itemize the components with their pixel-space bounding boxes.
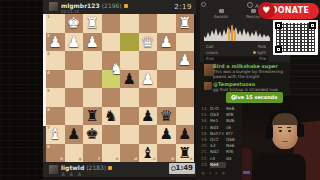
square-h2[interactable]: 2♟ (46, 33, 65, 52)
white-queen-c2[interactable]: ♛ (139, 33, 158, 52)
square-c3[interactable] (139, 51, 158, 70)
square-b3[interactable] (157, 51, 176, 70)
square-h3[interactable]: 3 (46, 51, 65, 70)
black-queen-b6[interactable]: ♛ (157, 107, 176, 126)
move-number: 23. (201, 162, 210, 168)
square-h1[interactable]: 1 (46, 14, 65, 33)
square-a1[interactable]: ♜ (176, 14, 195, 33)
square-d7[interactable] (120, 125, 139, 144)
square-g4[interactable] (65, 70, 84, 89)
square-f5[interactable] (83, 88, 102, 107)
square-c4[interactable]: ♟ (139, 70, 158, 89)
square-g3[interactable] (65, 51, 84, 70)
replay-icon (251, 9, 256, 13)
square-f2[interactable]: ♟ (83, 33, 102, 52)
white-rook-f1[interactable]: ♜ (83, 14, 102, 33)
stats-label: End (206, 56, 214, 62)
square-a7[interactable]: ♟ (176, 125, 195, 144)
white-rook-a1[interactable]: ♜ (176, 14, 195, 33)
move-nav: «‹›» (201, 169, 243, 177)
heart-icon: ♥ (258, 2, 275, 19)
square-b1[interactable] (157, 14, 176, 33)
square-d2[interactable] (120, 33, 139, 52)
black-pawn-c6[interactable]: ♟ (139, 107, 158, 126)
background-wall-left (0, 0, 44, 180)
square-a6[interactable] (176, 107, 195, 126)
chat-message-body: gg that bishop is stranded now (213, 87, 289, 92)
square-g7[interactable]: ♟ (65, 125, 84, 144)
square-c2[interactable]: ♛ (139, 33, 158, 52)
coord-file-g: g (79, 157, 82, 161)
coord-file-h: h (60, 157, 63, 161)
coord-file-e: e (116, 157, 119, 161)
square-h4[interactable]: 4 (46, 70, 65, 89)
square-a8[interactable]: a♜ (176, 144, 195, 163)
square-b7[interactable]: ♟ (157, 125, 176, 144)
bottom-player-name[interactable]: ligtwld (2183) (61, 164, 112, 171)
move-white[interactable]: Ne4 (210, 162, 226, 168)
search-icon (247, 2, 253, 8)
square-f7[interactable]: ♚ (83, 125, 102, 144)
square-e2[interactable] (102, 33, 121, 52)
clock-icon (231, 95, 236, 100)
bottom-player-clock: 1:49 (169, 163, 195, 174)
clock-icon (171, 166, 176, 171)
coord-rank-3: 3 (47, 52, 50, 56)
top-player-bar: mlgmbr123 (2196) 23:11:14 2:19 (43, 0, 196, 14)
chat-avatar (204, 82, 212, 90)
stats-value: File (259, 56, 266, 62)
square-d8[interactable]: d (120, 144, 139, 163)
black-bishop-c8[interactable]: ♝ (139, 144, 158, 163)
white-pawn-a3[interactable]: ♟ (176, 51, 195, 70)
qr-finder (275, 46, 282, 53)
status-dot-icon (253, 51, 256, 54)
eyebrow (287, 127, 291, 128)
bottom-player-avatar (49, 165, 58, 174)
coord-rank-5: 5 (47, 89, 50, 93)
headphone-cup (297, 124, 304, 137)
patron-icon (108, 166, 112, 170)
square-f1[interactable]: ♜ (83, 14, 102, 33)
qr-finder (275, 22, 282, 29)
chair (242, 148, 252, 180)
eye (279, 130, 282, 132)
coord-file-b: b (171, 157, 174, 161)
move-white[interactable]: c4 (210, 156, 226, 162)
coord-rank-8: 8 (47, 145, 50, 149)
webcam-feed (242, 96, 320, 180)
tab-awards-label: Awards (214, 14, 229, 19)
qr-code (273, 20, 318, 55)
square-c1[interactable] (139, 14, 158, 33)
chat-alert-body: This was a bungle by threatening pawns w… (213, 69, 289, 79)
move-black[interactable] (226, 162, 242, 168)
coord-rank-6: 6 (47, 108, 50, 112)
black-pawn-a7[interactable]: ♟ (176, 125, 195, 144)
background-wall-right (290, 52, 320, 98)
square-e6[interactable]: ♞ (102, 107, 121, 126)
square-a3[interactable]: ♟ (176, 51, 195, 70)
square-d1[interactable] (120, 14, 139, 33)
square-c7[interactable] (139, 125, 158, 144)
awards-icon (219, 9, 224, 13)
top-player-name[interactable]: mlgmbr123 (2196) (61, 2, 128, 9)
headphone-cup (266, 126, 273, 139)
white-pawn-f2[interactable]: ♟ (83, 33, 102, 52)
top-player-avatar (49, 2, 58, 11)
eye (288, 130, 291, 132)
square-f3[interactable] (83, 51, 102, 70)
streamer-torso (254, 154, 306, 180)
qr-finder (309, 22, 316, 29)
black-king-f7[interactable]: ♚ (83, 125, 102, 144)
square-a5[interactable] (176, 88, 195, 107)
square-e7[interactable] (102, 125, 121, 144)
give-time-button[interactable]: Give 15 seconds (226, 92, 283, 103)
nav-prev-button[interactable]: ‹ (209, 169, 211, 177)
square-b2[interactable]: ♟ (157, 33, 176, 52)
square-c6[interactable]: ♟ (139, 107, 158, 126)
black-rook-f6[interactable]: ♜ (83, 107, 102, 126)
stats-row[interactable]: EndFile (204, 56, 268, 62)
square-b5[interactable] (157, 88, 176, 107)
square-h5[interactable]: 5 (46, 88, 65, 107)
square-g8[interactable]: g (65, 144, 84, 163)
nav-last-button[interactable]: » (221, 169, 225, 177)
square-h8[interactable]: 8h (46, 144, 65, 163)
captured-pieces: ♙ ♙ ♙ (61, 171, 83, 177)
tab-awards[interactable]: Awards (206, 9, 236, 19)
square-c5[interactable] (139, 88, 158, 107)
tab-replay-label: Replay (246, 14, 260, 19)
square-g2[interactable]: ♟ (65, 33, 84, 52)
square-b4[interactable] (157, 70, 176, 89)
square-e4[interactable]: ♞ (102, 70, 121, 89)
square-e1[interactable] (102, 14, 121, 33)
donate-button[interactable]: ♥ DONATE (261, 3, 319, 19)
square-f8[interactable]: f (83, 144, 102, 163)
coord-rank-4: 4 (47, 71, 50, 75)
headphones-band (269, 109, 301, 125)
square-g1[interactable]: ♚ (65, 14, 84, 33)
top-player-subtitle: 23:11:14 (61, 9, 79, 14)
square-e5[interactable] (102, 88, 121, 107)
square-d4[interactable]: ♟ (120, 70, 139, 89)
stats-table: CallFolkcolorslightEndFile (204, 44, 268, 62)
black-pawn-g7[interactable]: ♟ (65, 125, 84, 144)
square-b8[interactable]: b (157, 144, 176, 163)
white-pawn-b2[interactable]: ♟ (157, 33, 176, 52)
square-d6[interactable] (120, 107, 139, 126)
black-pawn-b7[interactable]: ♟ (157, 125, 176, 144)
audio-waveform (204, 20, 270, 42)
square-f6[interactable]: ♜ (83, 107, 102, 126)
white-king-g1[interactable]: ♚ (65, 14, 84, 33)
square-a2[interactable] (176, 33, 195, 52)
white-pawn-g2[interactable]: ♟ (65, 33, 84, 52)
move-row: 23.Ne4 (201, 162, 243, 168)
bottom-player-rating: (2183) (86, 164, 106, 171)
white-pawn-c4[interactable]: ♟ (139, 70, 158, 89)
square-f4[interactable] (83, 70, 102, 89)
nav-first-button[interactable]: « (201, 169, 205, 177)
coord-file-f: f (98, 157, 100, 161)
stream-frame: mlgmbr123 (2196) 23:11:14 2:19 1♚♜♜2♟♟♟♛… (0, 0, 320, 180)
square-d5[interactable] (120, 88, 139, 107)
square-c8[interactable]: c♝ (139, 144, 158, 163)
square-h7[interactable]: 7♝ (46, 125, 65, 144)
black-knight-e6[interactable]: ♞ (102, 107, 121, 126)
mouth (282, 141, 288, 142)
square-g5[interactable] (65, 88, 84, 107)
gear-icon[interactable] (201, 2, 206, 7)
black-pawn-d4[interactable]: ♟ (120, 70, 139, 89)
square-g6[interactable] (65, 107, 84, 126)
square-b6[interactable]: ♛ (157, 107, 176, 126)
bottom-player-bar: ligtwld (2183) ♙ ♙ ♙ 1:49 (43, 162, 196, 177)
top-player-clock: 2:19 (174, 3, 192, 11)
nav-next-button[interactable]: › (215, 169, 217, 177)
move-list[interactable]: 14.O-ORe815.Qb3Bf816.Re1Bd617.Bd3c618.Bx… (201, 106, 243, 168)
eyebrow (278, 127, 282, 128)
top-player-rating: (2196) (102, 2, 122, 9)
square-a4[interactable] (176, 70, 195, 89)
coord-file-d: d (134, 157, 137, 161)
black-rook-a8[interactable]: ♜ (176, 144, 195, 163)
chess-board[interactable]: 1♚♜♜2♟♟♟♛♟3♟4♞♟♟56♜♞♟♛7♝♟♚♟♟8hgfedc♝ba♜ (46, 14, 194, 162)
coord-rank-1: 1 (47, 15, 50, 19)
white-bishop-h7[interactable]: ♝ (46, 125, 65, 144)
patron-icon (124, 4, 128, 8)
square-h6[interactable]: 6 (46, 107, 65, 126)
monitor-glow (243, 171, 250, 174)
white-pawn-h2[interactable]: ♟ (46, 33, 65, 52)
square-e8[interactable]: e (102, 144, 121, 163)
